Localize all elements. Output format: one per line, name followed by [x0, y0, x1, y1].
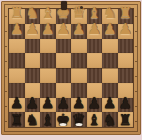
piece-black-bishop[interactable]: ♝	[87, 112, 103, 127]
piece-white-queen[interactable]: ♛	[71, 5, 87, 21]
square-b8[interactable]: ♞	[102, 112, 118, 127]
square-a3[interactable]	[118, 39, 134, 54]
piece-white-pawn[interactable]: ♟	[56, 22, 72, 37]
piece-black-pawn[interactable]: ♟	[40, 96, 56, 111]
square-c8[interactable]: ♝	[87, 112, 103, 127]
piece-white-knight[interactable]: ♞	[102, 6, 118, 21]
square-e2[interactable]: ♟	[56, 24, 72, 39]
frame-tick	[135, 61, 137, 62]
square-f5[interactable]	[40, 68, 56, 83]
frame-tick	[135, 31, 137, 32]
square-e3[interactable]	[56, 39, 72, 54]
frame-tick	[135, 46, 137, 47]
square-c2[interactable]: ♟	[87, 24, 103, 39]
frame-tick	[135, 121, 137, 122]
piece-black-pawn[interactable]: ♟	[87, 96, 103, 111]
piece-black-rook[interactable]: ♜	[118, 112, 134, 127]
chess-board-photo: ♜♞♝♚♛♝♞♜♟♟♟♟♟♟♟♟♟♟♟♟♟♟♟♟♜♞♝♚♛♝♞♜	[0, 0, 142, 140]
chess-board[interactable]: ♜♞♝♚♛♝♞♜♟♟♟♟♟♟♟♟♟♟♟♟♟♟♟♟♜♞♝♚♛♝♞♜	[8, 8, 134, 128]
square-h2[interactable]: ♟	[9, 24, 25, 39]
piece-white-rook[interactable]: ♜	[9, 6, 25, 21]
frame-tick	[5, 121, 7, 122]
piece-black-knight[interactable]: ♞	[102, 112, 118, 127]
frame-tick	[5, 16, 7, 17]
piece-white-pawn[interactable]: ♟	[40, 22, 56, 37]
piece-white-pawn[interactable]: ♟	[102, 22, 118, 37]
board-clasp-icon	[61, 1, 67, 10]
piece-black-pawn[interactable]: ♟	[102, 96, 118, 111]
piece-black-rook[interactable]: ♜	[9, 112, 25, 127]
square-b4[interactable]	[102, 53, 118, 68]
square-a2[interactable]: ♟	[118, 24, 134, 39]
square-a8[interactable]: ♜	[118, 112, 134, 127]
square-a5[interactable]	[118, 68, 134, 83]
square-g8[interactable]: ♞	[25, 112, 41, 127]
square-b5[interactable]	[102, 68, 118, 83]
white-collar-ring	[60, 123, 67, 126]
piece-black-pawn[interactable]: ♟	[118, 96, 134, 111]
frame-tick	[135, 91, 137, 92]
square-b3[interactable]	[102, 39, 118, 54]
square-d4[interactable]	[71, 53, 87, 68]
frame-tick	[5, 46, 7, 47]
square-h5[interactable]	[9, 68, 25, 83]
frame-tick	[5, 106, 7, 107]
piece-white-bishop[interactable]: ♝	[40, 6, 56, 21]
square-c4[interactable]	[87, 53, 103, 68]
piece-white-pawn[interactable]: ♟	[71, 22, 87, 37]
square-f8[interactable]: ♝	[40, 112, 56, 127]
white-collar-ring	[75, 123, 82, 126]
square-h3[interactable]	[9, 39, 25, 54]
square-h4[interactable]	[9, 53, 25, 68]
board-latch-dot-icon	[80, 6, 83, 9]
frame-tick	[135, 76, 137, 77]
board-frame: ♜♞♝♚♛♝♞♜♟♟♟♟♟♟♟♟♟♟♟♟♟♟♟♟♜♞♝♚♛♝♞♜	[1, 1, 141, 135]
frame-tick	[135, 16, 137, 17]
piece-white-knight[interactable]: ♞	[25, 6, 41, 21]
frame-tick	[135, 106, 137, 107]
piece-white-pawn[interactable]: ♟	[9, 22, 25, 37]
square-c5[interactable]	[87, 68, 103, 83]
piece-white-bishop[interactable]: ♝	[87, 6, 103, 21]
piece-black-bishop[interactable]: ♝	[40, 112, 56, 127]
square-b2[interactable]: ♟	[102, 24, 118, 39]
frame-tick	[5, 31, 7, 32]
piece-black-knight[interactable]: ♞	[25, 112, 41, 127]
square-g2[interactable]: ♟	[25, 24, 41, 39]
frame-tick	[5, 76, 7, 77]
piece-black-pawn[interactable]: ♟	[25, 96, 41, 111]
square-g4[interactable]	[25, 53, 41, 68]
square-g5[interactable]	[25, 68, 41, 83]
square-d3[interactable]	[71, 39, 87, 54]
piece-white-pawn[interactable]: ♟	[25, 22, 41, 37]
piece-white-pawn[interactable]: ♟	[87, 22, 103, 37]
square-a4[interactable]	[118, 53, 134, 68]
piece-white-rook[interactable]: ♜	[118, 6, 134, 21]
frame-tick	[5, 61, 7, 62]
piece-white-pawn[interactable]: ♟	[118, 22, 134, 37]
square-d2[interactable]: ♟	[71, 24, 87, 39]
piece-black-pawn[interactable]: ♟	[9, 96, 25, 111]
square-e8[interactable]: ♚	[56, 112, 72, 127]
square-f3[interactable]	[40, 39, 56, 54]
square-d8[interactable]: ♛	[71, 112, 87, 127]
square-f2[interactable]: ♟	[40, 24, 56, 39]
square-e5[interactable]	[56, 68, 72, 83]
square-e4[interactable]	[56, 53, 72, 68]
square-d5[interactable]	[71, 68, 87, 83]
square-f4[interactable]	[40, 53, 56, 68]
square-h8[interactable]: ♜	[9, 112, 25, 127]
square-g3[interactable]	[25, 39, 41, 54]
square-c3[interactable]	[87, 39, 103, 54]
frame-tick	[5, 91, 7, 92]
